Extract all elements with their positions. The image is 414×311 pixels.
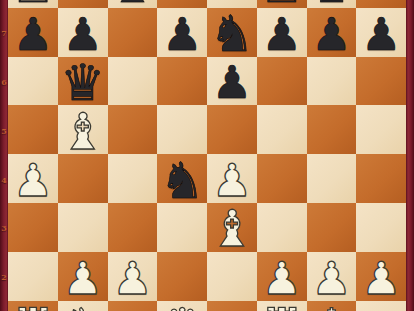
piece-white-rook-f1[interactable]: ♜ — [259, 302, 304, 311]
board-border-right — [406, 0, 414, 311]
piece-white-pawn-c2[interactable]: ♟ — [112, 256, 152, 301]
piece-black-pawn-g7[interactable]: ♟ — [311, 12, 351, 57]
square-a8[interactable]: ♜ — [8, 0, 58, 8]
square-e3[interactable]: ♝ — [207, 203, 257, 252]
piece-white-pawn-g2[interactable]: ♟ — [311, 256, 351, 301]
piece-white-rook-a1[interactable]: ♜ — [10, 302, 55, 311]
square-a4[interactable]: ♟ — [8, 154, 58, 203]
square-f4[interactable] — [257, 154, 307, 203]
square-b2[interactable]: ♟ — [58, 252, 108, 301]
piece-black-pawn-b7[interactable]: ♟ — [62, 12, 102, 57]
square-d6[interactable] — [157, 57, 207, 106]
square-c5[interactable] — [108, 105, 158, 154]
square-f5[interactable] — [257, 105, 307, 154]
square-e5[interactable] — [207, 105, 257, 154]
square-b4[interactable] — [58, 154, 108, 203]
square-g4[interactable] — [307, 154, 357, 203]
square-d1[interactable]: ♛ — [157, 301, 207, 311]
square-c2[interactable]: ♟ — [108, 252, 158, 301]
chess-app-window: ♜♝♜♚♟♟♟♞♟♟♟♛♟♝♟♞♟♝♟♟♟♟♟♜♞♛♜♚ 765432 — [0, 0, 414, 311]
piece-black-pawn-a7[interactable]: ♟ — [13, 12, 53, 57]
piece-black-queen-b6[interactable]: ♛ — [60, 58, 105, 108]
square-g7[interactable]: ♟ — [307, 8, 357, 57]
square-h8[interactable] — [356, 0, 406, 8]
square-h4[interactable] — [356, 154, 406, 203]
square-b1[interactable]: ♞ — [58, 301, 108, 311]
square-a3[interactable] — [8, 203, 58, 252]
square-b6[interactable]: ♛ — [58, 57, 108, 106]
piece-white-pawn-h2[interactable]: ♟ — [361, 256, 401, 301]
square-g2[interactable]: ♟ — [307, 252, 357, 301]
square-g6[interactable] — [307, 57, 357, 106]
square-g1[interactable]: ♚ — [307, 301, 357, 311]
piece-black-knight-d4[interactable]: ♞ — [160, 156, 205, 206]
square-a6[interactable] — [8, 57, 58, 106]
square-b3[interactable] — [58, 203, 108, 252]
piece-white-king-g1[interactable]: ♚ — [309, 302, 354, 311]
piece-white-pawn-f2[interactable]: ♟ — [261, 256, 301, 301]
square-f7[interactable]: ♟ — [257, 8, 307, 57]
square-e7[interactable]: ♞ — [207, 8, 257, 57]
square-d8[interactable] — [157, 0, 207, 8]
rank-label-3: 3 — [0, 223, 8, 233]
piece-white-queen-d1[interactable]: ♛ — [160, 302, 205, 311]
square-e6[interactable]: ♟ — [207, 57, 257, 106]
piece-white-pawn-a4[interactable]: ♟ — [13, 158, 53, 203]
rank-label-5: 5 — [0, 126, 8, 136]
square-h3[interactable] — [356, 203, 406, 252]
square-g3[interactable] — [307, 203, 357, 252]
square-c4[interactable] — [108, 154, 158, 203]
square-d2[interactable] — [157, 252, 207, 301]
square-d4[interactable]: ♞ — [157, 154, 207, 203]
rank-label-6: 6 — [0, 77, 8, 87]
square-b8[interactable] — [58, 0, 108, 8]
square-c8[interactable]: ♝ — [108, 0, 158, 8]
rank-label-2: 2 — [0, 272, 8, 282]
square-e2[interactable] — [207, 252, 257, 301]
square-g8[interactable]: ♚ — [307, 0, 357, 8]
square-a1[interactable]: ♜ — [8, 301, 58, 311]
square-c6[interactable] — [108, 57, 158, 106]
square-f3[interactable] — [257, 203, 307, 252]
square-e1[interactable] — [207, 301, 257, 311]
piece-white-pawn-b2[interactable]: ♟ — [62, 256, 102, 301]
square-f6[interactable] — [257, 57, 307, 106]
piece-white-bishop-e3[interactable]: ♝ — [209, 204, 254, 254]
rank-label-7: 7 — [0, 28, 8, 38]
square-h6[interactable] — [356, 57, 406, 106]
square-a5[interactable] — [8, 105, 58, 154]
piece-black-knight-e7[interactable]: ♞ — [209, 9, 254, 59]
piece-black-pawn-e6[interactable]: ♟ — [212, 60, 252, 105]
square-a7[interactable]: ♟ — [8, 8, 58, 57]
square-h2[interactable]: ♟ — [356, 252, 406, 301]
square-g5[interactable] — [307, 105, 357, 154]
square-c7[interactable] — [108, 8, 158, 57]
square-a2[interactable] — [8, 252, 58, 301]
piece-white-bishop-b5[interactable]: ♝ — [60, 107, 105, 157]
piece-black-bishop-c8[interactable]: ♝ — [110, 0, 155, 10]
square-h7[interactable]: ♟ — [356, 8, 406, 57]
square-f8[interactable]: ♜ — [257, 0, 307, 8]
piece-black-pawn-f7[interactable]: ♟ — [261, 12, 301, 57]
square-b7[interactable]: ♟ — [58, 8, 108, 57]
square-f1[interactable]: ♜ — [257, 301, 307, 311]
square-c3[interactable] — [108, 203, 158, 252]
rank-label-4: 4 — [0, 175, 8, 185]
square-d7[interactable]: ♟ — [157, 8, 207, 57]
square-e4[interactable]: ♟ — [207, 154, 257, 203]
piece-black-pawn-d7[interactable]: ♟ — [162, 12, 202, 57]
chess-board: ♜♝♜♚♟♟♟♞♟♟♟♛♟♝♟♞♟♝♟♟♟♟♟♜♞♛♜♚ — [8, 0, 406, 311]
square-d3[interactable] — [157, 203, 207, 252]
square-f2[interactable]: ♟ — [257, 252, 307, 301]
board-border-left — [0, 0, 8, 311]
piece-white-pawn-e4[interactable]: ♟ — [212, 158, 252, 203]
square-h5[interactable] — [356, 105, 406, 154]
piece-black-pawn-h7[interactable]: ♟ — [361, 12, 401, 57]
square-d5[interactable] — [157, 105, 207, 154]
square-b5[interactable]: ♝ — [58, 105, 108, 154]
piece-white-knight-b1[interactable]: ♞ — [60, 302, 105, 311]
